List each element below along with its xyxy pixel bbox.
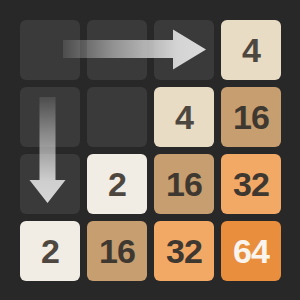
empty-cell	[20, 154, 80, 214]
tile-16: 16	[154, 154, 214, 214]
tile-16: 16	[87, 221, 147, 281]
tile-64: 64	[221, 221, 281, 281]
empty-cell	[87, 20, 147, 80]
empty-cell	[154, 20, 214, 80]
empty-cell	[20, 20, 80, 80]
tile-2: 2	[20, 221, 80, 281]
empty-cell	[20, 87, 80, 147]
tile-grid: 4416216322163264	[20, 20, 281, 281]
tile-32: 32	[221, 154, 281, 214]
tile-16: 16	[221, 87, 281, 147]
tile-32: 32	[154, 221, 214, 281]
empty-cell	[87, 87, 147, 147]
game-board-2048[interactable]: 4416216322163264	[0, 0, 300, 300]
tile-4: 4	[154, 87, 214, 147]
tile-2: 2	[87, 154, 147, 214]
tile-4: 4	[221, 20, 281, 80]
